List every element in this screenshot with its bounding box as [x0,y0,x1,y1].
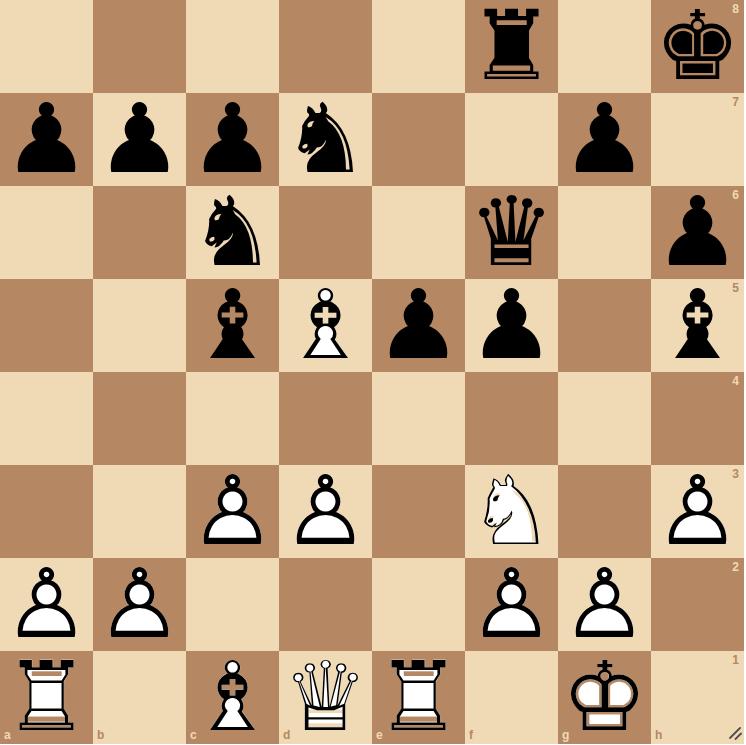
piece-white-bishop[interactable]: ♝♗ [186,651,279,744]
square-a8[interactable] [0,0,93,93]
square-d5[interactable]: ♝♗ [279,279,372,372]
white-piece-outline: ♖ [372,651,465,744]
square-f3[interactable]: ♞♘ [465,465,558,558]
square-c7[interactable]: ♟ [186,93,279,186]
square-f7[interactable] [465,93,558,186]
white-piece-outline: ♗ [186,651,279,744]
piece-white-pawn[interactable]: ♟♙ [93,558,186,651]
square-a3[interactable] [0,465,93,558]
piece-black-pawn[interactable]: ♟ [651,186,744,279]
white-piece-outline: ♙ [186,465,279,558]
piece-white-pawn[interactable]: ♟♙ [279,465,372,558]
square-h5[interactable]: 5♝ [651,279,744,372]
square-h3[interactable]: 3♟♙ [651,465,744,558]
square-d8[interactable] [279,0,372,93]
piece-white-bishop[interactable]: ♝♗ [279,279,372,372]
square-a2[interactable]: ♟♙ [0,558,93,651]
square-e8[interactable] [372,0,465,93]
piece-white-pawn[interactable]: ♟♙ [0,558,93,651]
square-g2[interactable]: ♟♙ [558,558,651,651]
rank-label-7: 7 [732,96,739,108]
square-d2[interactable] [279,558,372,651]
piece-white-pawn[interactable]: ♟♙ [651,465,744,558]
square-a5[interactable] [0,279,93,372]
rank-label-1: 1 [732,654,739,666]
piece-black-pawn[interactable]: ♟ [0,93,93,186]
square-e7[interactable] [372,93,465,186]
square-e5[interactable]: ♟ [372,279,465,372]
piece-black-rook[interactable]: ♜ [465,0,558,93]
square-c6[interactable]: ♞ [186,186,279,279]
square-a1[interactable]: a♜♖ [0,651,93,744]
square-b3[interactable] [93,465,186,558]
white-piece-outline: ♙ [651,465,744,558]
piece-black-king[interactable]: ♚ [651,0,744,93]
square-g6[interactable] [558,186,651,279]
piece-black-pawn[interactable]: ♟ [558,93,651,186]
square-h2[interactable]: 2 [651,558,744,651]
white-piece-outline: ♔ [558,651,651,744]
square-g5[interactable] [558,279,651,372]
square-d6[interactable] [279,186,372,279]
square-b5[interactable] [93,279,186,372]
square-b2[interactable]: ♟♙ [93,558,186,651]
square-h8[interactable]: 8♚ [651,0,744,93]
square-c1[interactable]: c♝♗ [186,651,279,744]
white-piece-outline: ♙ [279,465,372,558]
white-piece-outline: ♙ [0,558,93,651]
rank-label-2: 2 [732,561,739,573]
piece-white-rook[interactable]: ♜♖ [0,651,93,744]
square-f1[interactable]: f [465,651,558,744]
square-f4[interactable] [465,372,558,465]
piece-white-queen[interactable]: ♛♕ [279,651,372,744]
square-f8[interactable]: ♜ [465,0,558,93]
chess-board: ♜8♚♟♟♟♞♟7♞♛6♟♝♝♗♟♟5♝4♟♙♟♙♞♘3♟♙♟♙♟♙♟♙♟♙2a… [0,0,744,744]
piece-black-queen[interactable]: ♛ [465,186,558,279]
square-g4[interactable] [558,372,651,465]
piece-black-pawn[interactable]: ♟ [465,279,558,372]
file-label-b: b [97,729,104,741]
piece-white-pawn[interactable]: ♟♙ [186,465,279,558]
white-piece-outline: ♙ [465,558,558,651]
square-b1[interactable]: b [93,651,186,744]
square-a6[interactable] [0,186,93,279]
square-e2[interactable] [372,558,465,651]
square-d4[interactable] [279,372,372,465]
square-c3[interactable]: ♟♙ [186,465,279,558]
square-g3[interactable] [558,465,651,558]
square-b7[interactable]: ♟ [93,93,186,186]
piece-black-knight[interactable]: ♞ [186,186,279,279]
rank-label-4: 4 [732,375,739,387]
piece-black-pawn[interactable]: ♟ [93,93,186,186]
square-d1[interactable]: d♛♕ [279,651,372,744]
file-label-h: h [655,729,662,741]
square-b4[interactable] [93,372,186,465]
piece-black-pawn[interactable]: ♟ [186,93,279,186]
square-e6[interactable] [372,186,465,279]
square-d3[interactable]: ♟♙ [279,465,372,558]
square-b6[interactable] [93,186,186,279]
square-e1[interactable]: e♜♖ [372,651,465,744]
piece-white-rook[interactable]: ♜♖ [372,651,465,744]
square-g1[interactable]: g♚♔ [558,651,651,744]
square-d7[interactable]: ♞ [279,93,372,186]
square-f5[interactable]: ♟ [465,279,558,372]
square-a7[interactable]: ♟ [0,93,93,186]
square-h6[interactable]: 6♟ [651,186,744,279]
piece-white-knight[interactable]: ♞♘ [465,465,558,558]
square-g7[interactable]: ♟ [558,93,651,186]
square-c5[interactable]: ♝ [186,279,279,372]
square-h4[interactable]: 4 [651,372,744,465]
white-piece-outline: ♕ [279,651,372,744]
square-f6[interactable]: ♛ [465,186,558,279]
square-c4[interactable] [186,372,279,465]
white-piece-outline: ♗ [279,279,372,372]
white-piece-outline: ♙ [93,558,186,651]
square-b8[interactable] [93,0,186,93]
piece-white-king[interactable]: ♚♔ [558,651,651,744]
piece-black-pawn[interactable]: ♟ [372,279,465,372]
white-piece-outline: ♖ [0,651,93,744]
square-e4[interactable] [372,372,465,465]
white-piece-outline: ♘ [465,465,558,558]
square-f2[interactable]: ♟♙ [465,558,558,651]
square-h7[interactable]: 7 [651,93,744,186]
piece-white-pawn[interactable]: ♟♙ [558,558,651,651]
piece-black-bishop[interactable]: ♝ [651,279,744,372]
resize-handle-icon[interactable] [727,725,743,741]
resize-handle-glyph [727,725,743,741]
square-g8[interactable] [558,0,651,93]
white-piece-outline: ♙ [558,558,651,651]
square-c8[interactable] [186,0,279,93]
piece-white-pawn[interactable]: ♟♙ [465,558,558,651]
piece-black-knight[interactable]: ♞ [279,93,372,186]
square-a4[interactable] [0,372,93,465]
piece-black-bishop[interactable]: ♝ [186,279,279,372]
file-label-f: f [469,729,473,741]
square-e3[interactable] [372,465,465,558]
square-c2[interactable] [186,558,279,651]
